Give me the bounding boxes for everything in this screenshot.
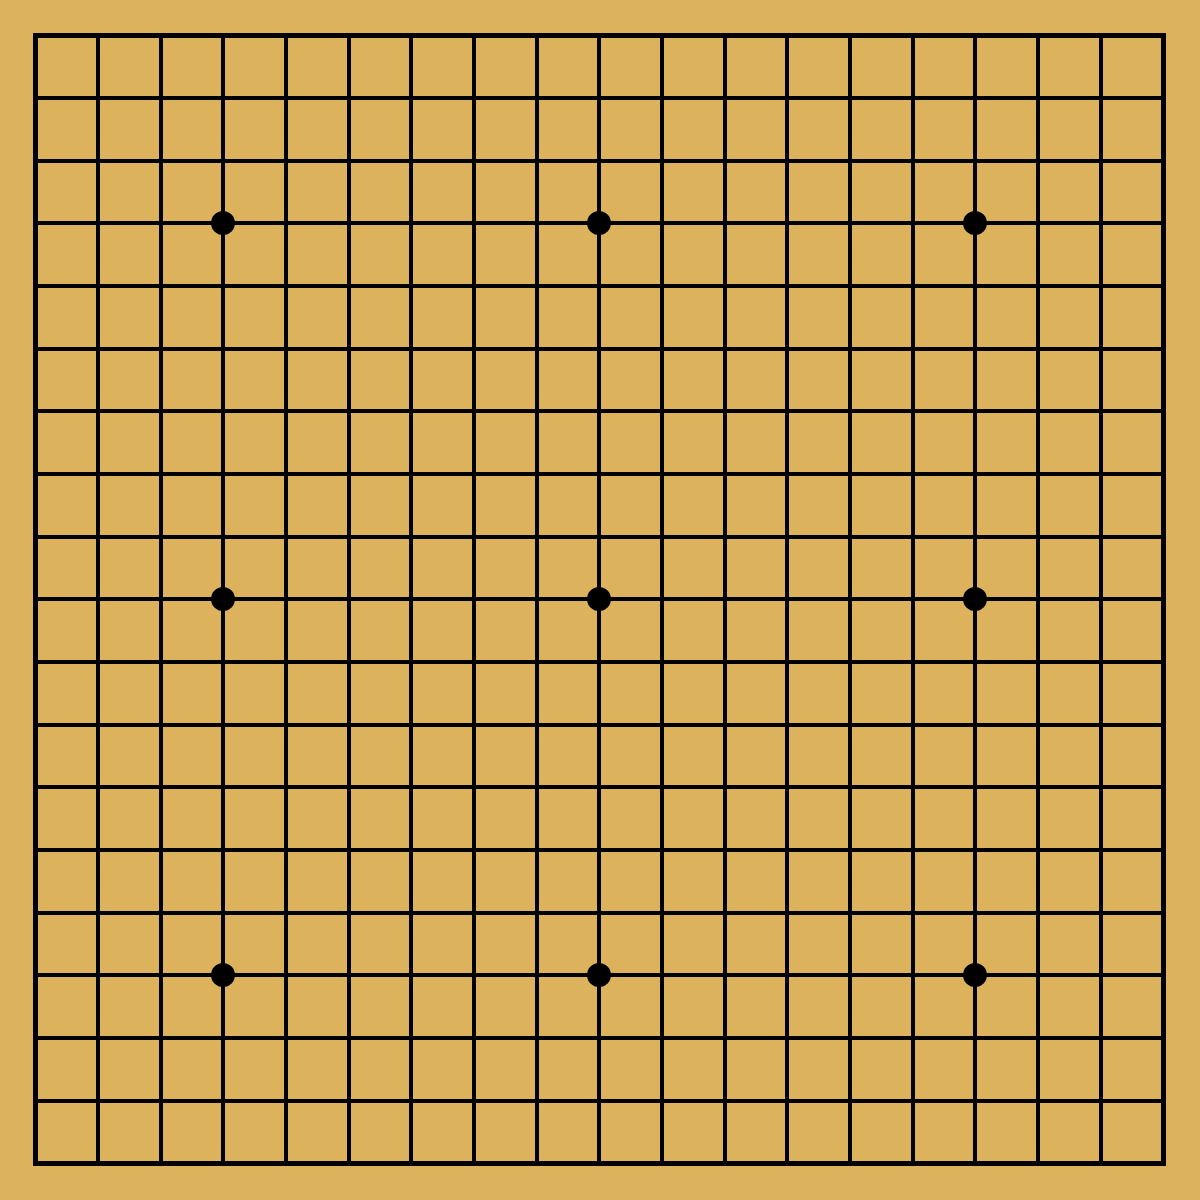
intersection[interactable] bbox=[317, 443, 380, 506]
intersection[interactable] bbox=[568, 67, 631, 130]
intersection[interactable] bbox=[944, 568, 1007, 631]
intersection[interactable] bbox=[505, 1132, 568, 1195]
intersection[interactable] bbox=[317, 4, 380, 67]
intersection[interactable] bbox=[944, 944, 1007, 1007]
intersection[interactable] bbox=[819, 505, 882, 568]
intersection[interactable] bbox=[631, 881, 694, 944]
intersection[interactable] bbox=[129, 756, 192, 819]
intersection[interactable] bbox=[1007, 129, 1070, 192]
intersection[interactable] bbox=[756, 1069, 819, 1132]
intersection[interactable] bbox=[443, 317, 506, 380]
intersection[interactable] bbox=[1132, 944, 1195, 1007]
intersection[interactable] bbox=[1132, 568, 1195, 631]
intersection[interactable] bbox=[568, 1007, 631, 1070]
intersection[interactable] bbox=[129, 192, 192, 255]
intersection[interactable] bbox=[568, 631, 631, 694]
intersection[interactable] bbox=[67, 693, 130, 756]
intersection[interactable] bbox=[192, 819, 255, 882]
intersection[interactable] bbox=[4, 1007, 67, 1070]
intersection[interactable] bbox=[881, 317, 944, 380]
intersection[interactable] bbox=[255, 1132, 318, 1195]
intersection[interactable] bbox=[568, 4, 631, 67]
intersection[interactable] bbox=[317, 756, 380, 819]
intersection[interactable] bbox=[255, 505, 318, 568]
intersection[interactable] bbox=[1132, 129, 1195, 192]
intersection[interactable] bbox=[1007, 568, 1070, 631]
intersection[interactable] bbox=[693, 568, 756, 631]
intersection[interactable] bbox=[568, 819, 631, 882]
intersection[interactable] bbox=[255, 129, 318, 192]
intersection[interactable] bbox=[255, 881, 318, 944]
intersection[interactable] bbox=[1007, 380, 1070, 443]
intersection[interactable] bbox=[67, 505, 130, 568]
intersection[interactable] bbox=[129, 129, 192, 192]
intersection[interactable] bbox=[944, 631, 1007, 694]
intersection[interactable] bbox=[67, 255, 130, 318]
intersection[interactable] bbox=[67, 568, 130, 631]
intersection[interactable] bbox=[380, 4, 443, 67]
intersection[interactable] bbox=[756, 4, 819, 67]
intersection[interactable] bbox=[568, 756, 631, 819]
intersection[interactable] bbox=[756, 505, 819, 568]
intersection[interactable] bbox=[631, 819, 694, 882]
intersection[interactable] bbox=[1132, 317, 1195, 380]
intersection[interactable] bbox=[255, 944, 318, 1007]
intersection[interactable] bbox=[568, 255, 631, 318]
intersection[interactable] bbox=[380, 505, 443, 568]
intersection[interactable] bbox=[443, 756, 506, 819]
intersection[interactable] bbox=[4, 317, 67, 380]
intersection[interactable] bbox=[881, 67, 944, 130]
intersection[interactable] bbox=[505, 1069, 568, 1132]
intersection[interactable] bbox=[568, 568, 631, 631]
intersection[interactable] bbox=[756, 944, 819, 1007]
intersection[interactable] bbox=[819, 1069, 882, 1132]
intersection[interactable] bbox=[1132, 693, 1195, 756]
intersection[interactable] bbox=[67, 317, 130, 380]
intersection[interactable] bbox=[505, 881, 568, 944]
intersection[interactable] bbox=[255, 1069, 318, 1132]
intersection[interactable] bbox=[192, 756, 255, 819]
intersection[interactable] bbox=[881, 1007, 944, 1070]
intersection[interactable] bbox=[944, 1007, 1007, 1070]
intersection[interactable] bbox=[568, 317, 631, 380]
intersection[interactable] bbox=[693, 881, 756, 944]
intersection[interactable] bbox=[1132, 4, 1195, 67]
intersection[interactable] bbox=[693, 631, 756, 694]
intersection[interactable] bbox=[944, 693, 1007, 756]
intersection[interactable] bbox=[1132, 756, 1195, 819]
intersection[interactable] bbox=[255, 380, 318, 443]
intersection[interactable] bbox=[881, 568, 944, 631]
intersection[interactable] bbox=[631, 1132, 694, 1195]
intersection[interactable] bbox=[505, 67, 568, 130]
intersection[interactable] bbox=[819, 693, 882, 756]
intersection[interactable] bbox=[631, 317, 694, 380]
intersection[interactable] bbox=[1007, 631, 1070, 694]
intersection[interactable] bbox=[443, 1007, 506, 1070]
intersection[interactable] bbox=[192, 192, 255, 255]
intersection[interactable] bbox=[756, 568, 819, 631]
intersection[interactable] bbox=[255, 819, 318, 882]
intersection[interactable] bbox=[67, 192, 130, 255]
intersection[interactable] bbox=[129, 1069, 192, 1132]
intersection[interactable] bbox=[881, 192, 944, 255]
intersection[interactable] bbox=[4, 255, 67, 318]
intersection[interactable] bbox=[255, 631, 318, 694]
intersection[interactable] bbox=[443, 192, 506, 255]
intersection[interactable] bbox=[255, 317, 318, 380]
intersection[interactable] bbox=[1069, 1132, 1132, 1195]
intersection[interactable] bbox=[631, 568, 694, 631]
intersection[interactable] bbox=[443, 129, 506, 192]
intersection[interactable] bbox=[192, 505, 255, 568]
intersection[interactable] bbox=[1069, 568, 1132, 631]
intersection[interactable] bbox=[631, 631, 694, 694]
intersection[interactable] bbox=[819, 129, 882, 192]
intersection[interactable] bbox=[317, 505, 380, 568]
intersection[interactable] bbox=[568, 944, 631, 1007]
intersection[interactable] bbox=[1007, 693, 1070, 756]
intersection[interactable] bbox=[631, 1069, 694, 1132]
intersection[interactable] bbox=[380, 1132, 443, 1195]
intersection[interactable] bbox=[380, 631, 443, 694]
intersection[interactable] bbox=[881, 819, 944, 882]
intersection[interactable] bbox=[443, 944, 506, 1007]
intersection[interactable] bbox=[819, 192, 882, 255]
intersection[interactable] bbox=[1007, 4, 1070, 67]
intersection[interactable] bbox=[317, 129, 380, 192]
intersection[interactable] bbox=[944, 380, 1007, 443]
intersection[interactable] bbox=[1007, 192, 1070, 255]
intersection[interactable] bbox=[317, 255, 380, 318]
intersection[interactable] bbox=[1069, 631, 1132, 694]
intersection[interactable] bbox=[756, 317, 819, 380]
intersection[interactable] bbox=[881, 1132, 944, 1195]
intersection[interactable] bbox=[192, 67, 255, 130]
intersection[interactable] bbox=[255, 192, 318, 255]
intersection[interactable] bbox=[568, 505, 631, 568]
intersection[interactable] bbox=[443, 1069, 506, 1132]
intersection[interactable] bbox=[505, 944, 568, 1007]
intersection[interactable] bbox=[1007, 1069, 1070, 1132]
intersection[interactable] bbox=[944, 881, 1007, 944]
intersection[interactable] bbox=[129, 67, 192, 130]
intersection[interactable] bbox=[129, 4, 192, 67]
intersection[interactable] bbox=[192, 568, 255, 631]
intersection[interactable] bbox=[693, 1132, 756, 1195]
intersection[interactable] bbox=[505, 4, 568, 67]
intersection[interactable] bbox=[631, 4, 694, 67]
intersection[interactable] bbox=[443, 255, 506, 318]
intersection[interactable] bbox=[756, 380, 819, 443]
intersection[interactable] bbox=[631, 756, 694, 819]
intersection[interactable] bbox=[67, 380, 130, 443]
intersection[interactable] bbox=[631, 944, 694, 1007]
intersection[interactable] bbox=[67, 1069, 130, 1132]
intersection[interactable] bbox=[192, 1069, 255, 1132]
intersection[interactable] bbox=[443, 631, 506, 694]
intersection[interactable] bbox=[443, 568, 506, 631]
intersection[interactable] bbox=[756, 443, 819, 506]
intersection[interactable] bbox=[568, 693, 631, 756]
intersection[interactable] bbox=[4, 67, 67, 130]
intersection[interactable] bbox=[380, 192, 443, 255]
intersection[interactable] bbox=[631, 505, 694, 568]
intersection[interactable] bbox=[380, 881, 443, 944]
intersection[interactable] bbox=[4, 4, 67, 67]
intersection[interactable] bbox=[1132, 192, 1195, 255]
intersection[interactable] bbox=[1069, 819, 1132, 882]
intersection[interactable] bbox=[693, 1069, 756, 1132]
intersection[interactable] bbox=[1007, 756, 1070, 819]
intersection[interactable] bbox=[631, 192, 694, 255]
intersection[interactable] bbox=[881, 4, 944, 67]
intersection[interactable] bbox=[129, 1007, 192, 1070]
intersection[interactable] bbox=[1069, 4, 1132, 67]
intersection[interactable] bbox=[317, 380, 380, 443]
intersection[interactable] bbox=[255, 568, 318, 631]
intersection[interactable] bbox=[1007, 1007, 1070, 1070]
intersection[interactable] bbox=[129, 505, 192, 568]
intersection[interactable] bbox=[1069, 443, 1132, 506]
intersection[interactable] bbox=[380, 819, 443, 882]
intersection[interactable] bbox=[443, 67, 506, 130]
intersection[interactable] bbox=[4, 380, 67, 443]
intersection[interactable] bbox=[380, 1069, 443, 1132]
intersection[interactable] bbox=[129, 693, 192, 756]
intersection[interactable] bbox=[944, 819, 1007, 882]
intersection[interactable] bbox=[693, 443, 756, 506]
intersection[interactable] bbox=[443, 693, 506, 756]
intersection[interactable] bbox=[129, 631, 192, 694]
intersection[interactable] bbox=[819, 1007, 882, 1070]
intersection[interactable] bbox=[693, 380, 756, 443]
intersection[interactable] bbox=[568, 129, 631, 192]
intersection[interactable] bbox=[192, 255, 255, 318]
intersection[interactable] bbox=[693, 67, 756, 130]
intersection[interactable] bbox=[1007, 819, 1070, 882]
intersection[interactable] bbox=[4, 944, 67, 1007]
intersection[interactable] bbox=[317, 1069, 380, 1132]
intersection[interactable] bbox=[67, 1007, 130, 1070]
intersection[interactable] bbox=[631, 1007, 694, 1070]
intersection[interactable] bbox=[819, 67, 882, 130]
intersection[interactable] bbox=[255, 693, 318, 756]
intersection[interactable] bbox=[944, 4, 1007, 67]
intersection[interactable] bbox=[756, 192, 819, 255]
intersection[interactable] bbox=[944, 1132, 1007, 1195]
intersection[interactable] bbox=[631, 67, 694, 130]
intersection[interactable] bbox=[380, 944, 443, 1007]
intersection[interactable] bbox=[881, 380, 944, 443]
intersection[interactable] bbox=[317, 631, 380, 694]
intersection[interactable] bbox=[1132, 1132, 1195, 1195]
intersection[interactable] bbox=[443, 505, 506, 568]
intersection[interactable] bbox=[505, 756, 568, 819]
intersection[interactable] bbox=[1069, 129, 1132, 192]
intersection[interactable] bbox=[255, 4, 318, 67]
intersection[interactable] bbox=[693, 129, 756, 192]
intersection[interactable] bbox=[317, 819, 380, 882]
intersection[interactable] bbox=[380, 568, 443, 631]
intersection[interactable] bbox=[4, 443, 67, 506]
intersection[interactable] bbox=[505, 317, 568, 380]
intersection[interactable] bbox=[317, 693, 380, 756]
intersection[interactable] bbox=[1069, 944, 1132, 1007]
intersection[interactable] bbox=[1007, 881, 1070, 944]
intersection[interactable] bbox=[4, 568, 67, 631]
intersection[interactable] bbox=[4, 1132, 67, 1195]
intersection[interactable] bbox=[881, 505, 944, 568]
intersection[interactable] bbox=[317, 317, 380, 380]
intersection[interactable] bbox=[881, 693, 944, 756]
intersection[interactable] bbox=[1069, 756, 1132, 819]
intersection[interactable] bbox=[67, 67, 130, 130]
intersection[interactable] bbox=[317, 67, 380, 130]
intersection[interactable] bbox=[819, 944, 882, 1007]
intersection[interactable] bbox=[756, 819, 819, 882]
intersection[interactable] bbox=[129, 255, 192, 318]
intersection[interactable] bbox=[881, 631, 944, 694]
intersection[interactable] bbox=[568, 1069, 631, 1132]
intersection[interactable] bbox=[631, 255, 694, 318]
intersection[interactable] bbox=[443, 819, 506, 882]
intersection[interactable] bbox=[505, 380, 568, 443]
intersection[interactable] bbox=[129, 1132, 192, 1195]
intersection[interactable] bbox=[380, 1007, 443, 1070]
intersection[interactable] bbox=[881, 443, 944, 506]
intersection[interactable] bbox=[756, 67, 819, 130]
intersection[interactable] bbox=[631, 693, 694, 756]
intersection[interactable] bbox=[67, 881, 130, 944]
intersection[interactable] bbox=[631, 443, 694, 506]
intersection[interactable] bbox=[443, 380, 506, 443]
intersection[interactable] bbox=[881, 944, 944, 1007]
intersection[interactable] bbox=[192, 881, 255, 944]
intersection[interactable] bbox=[4, 693, 67, 756]
intersection[interactable] bbox=[1007, 505, 1070, 568]
intersection[interactable] bbox=[443, 443, 506, 506]
intersection[interactable] bbox=[1132, 881, 1195, 944]
intersection[interactable] bbox=[443, 4, 506, 67]
intersection[interactable] bbox=[756, 129, 819, 192]
intersection[interactable] bbox=[1069, 693, 1132, 756]
intersection[interactable] bbox=[129, 819, 192, 882]
intersection[interactable] bbox=[756, 631, 819, 694]
intersection[interactable] bbox=[756, 756, 819, 819]
intersection[interactable] bbox=[129, 317, 192, 380]
intersection[interactable] bbox=[819, 819, 882, 882]
intersection[interactable] bbox=[505, 693, 568, 756]
intersection[interactable] bbox=[693, 192, 756, 255]
intersection[interactable] bbox=[1007, 443, 1070, 506]
intersection[interactable] bbox=[4, 819, 67, 882]
intersection[interactable] bbox=[505, 129, 568, 192]
intersection[interactable] bbox=[4, 192, 67, 255]
intersection[interactable] bbox=[1069, 192, 1132, 255]
intersection[interactable] bbox=[944, 129, 1007, 192]
intersection[interactable] bbox=[819, 255, 882, 318]
intersection[interactable] bbox=[255, 756, 318, 819]
intersection[interactable] bbox=[255, 1007, 318, 1070]
intersection[interactable] bbox=[255, 67, 318, 130]
intersection[interactable] bbox=[1069, 505, 1132, 568]
intersection[interactable] bbox=[67, 1132, 130, 1195]
intersection[interactable] bbox=[380, 756, 443, 819]
intersection[interactable] bbox=[380, 317, 443, 380]
intersection[interactable] bbox=[317, 1007, 380, 1070]
intersection[interactable] bbox=[380, 67, 443, 130]
intersection[interactable] bbox=[192, 380, 255, 443]
intersection[interactable] bbox=[317, 944, 380, 1007]
intersection[interactable] bbox=[568, 1132, 631, 1195]
intersection[interactable] bbox=[944, 317, 1007, 380]
intersection[interactable] bbox=[129, 944, 192, 1007]
intersection[interactable] bbox=[1132, 67, 1195, 130]
intersection[interactable] bbox=[505, 1007, 568, 1070]
intersection[interactable] bbox=[693, 505, 756, 568]
intersection[interactable] bbox=[568, 192, 631, 255]
intersection[interactable] bbox=[1069, 67, 1132, 130]
intersection[interactable] bbox=[380, 255, 443, 318]
intersection[interactable] bbox=[505, 505, 568, 568]
intersection[interactable] bbox=[255, 443, 318, 506]
intersection[interactable] bbox=[944, 192, 1007, 255]
intersection[interactable] bbox=[1132, 380, 1195, 443]
intersection[interactable] bbox=[944, 1069, 1007, 1132]
intersection[interactable] bbox=[944, 756, 1007, 819]
intersection[interactable] bbox=[631, 380, 694, 443]
intersection[interactable] bbox=[1132, 443, 1195, 506]
intersection[interactable] bbox=[1007, 67, 1070, 130]
intersection[interactable] bbox=[944, 505, 1007, 568]
intersection[interactable] bbox=[1069, 1007, 1132, 1070]
intersection[interactable] bbox=[129, 443, 192, 506]
intersection[interactable] bbox=[4, 631, 67, 694]
intersection[interactable] bbox=[568, 443, 631, 506]
intersection[interactable] bbox=[1069, 1069, 1132, 1132]
intersection[interactable] bbox=[67, 631, 130, 694]
intersection[interactable] bbox=[1007, 1132, 1070, 1195]
intersection[interactable] bbox=[693, 819, 756, 882]
intersection[interactable] bbox=[819, 1132, 882, 1195]
intersection[interactable] bbox=[4, 505, 67, 568]
intersection[interactable] bbox=[67, 4, 130, 67]
intersection[interactable] bbox=[505, 192, 568, 255]
intersection[interactable] bbox=[380, 129, 443, 192]
intersection[interactable] bbox=[1007, 944, 1070, 1007]
intersection[interactable] bbox=[819, 443, 882, 506]
intersection[interactable] bbox=[693, 4, 756, 67]
intersection[interactable] bbox=[756, 881, 819, 944]
intersection[interactable] bbox=[881, 129, 944, 192]
intersection[interactable] bbox=[1132, 255, 1195, 318]
intersection[interactable] bbox=[192, 443, 255, 506]
intersection[interactable] bbox=[67, 756, 130, 819]
intersection[interactable] bbox=[1132, 1007, 1195, 1070]
intersection[interactable] bbox=[819, 380, 882, 443]
intersection[interactable] bbox=[1069, 317, 1132, 380]
intersection[interactable] bbox=[317, 881, 380, 944]
intersection[interactable] bbox=[192, 4, 255, 67]
intersection[interactable] bbox=[129, 568, 192, 631]
intersection[interactable] bbox=[756, 693, 819, 756]
intersection[interactable] bbox=[693, 255, 756, 318]
intersection[interactable] bbox=[129, 380, 192, 443]
intersection[interactable] bbox=[505, 819, 568, 882]
intersection[interactable] bbox=[693, 944, 756, 1007]
